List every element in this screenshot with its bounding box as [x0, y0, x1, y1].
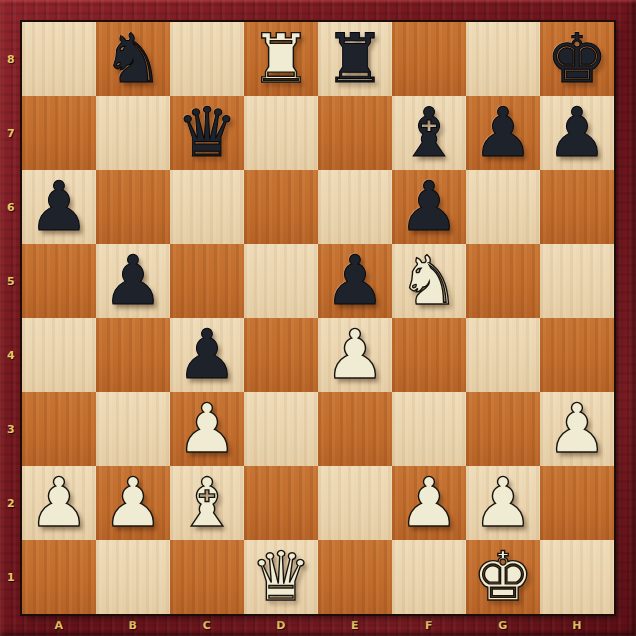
rank-label-5: 5: [0, 244, 22, 318]
square-h7[interactable]: ♟: [540, 96, 614, 170]
square-h5[interactable]: [540, 244, 614, 318]
piece-white-pawn[interactable]: ♟: [399, 466, 460, 540]
square-c7[interactable]: ♛: [170, 96, 244, 170]
rank-label-8: 8: [0, 22, 22, 96]
piece-white-rook[interactable]: ♜: [251, 22, 312, 96]
board-frame: 87654321 ABCDEFGH ♞♜♜♚♛♝♟♟♟♟♟♟♞♟♟♟♟♟♟♝♟♟…: [0, 0, 636, 636]
square-f7[interactable]: ♝: [392, 96, 466, 170]
square-c4[interactable]: ♟: [170, 318, 244, 392]
piece-black-pawn[interactable]: ♟: [399, 170, 460, 244]
file-label-g: G: [466, 614, 540, 636]
square-g4[interactable]: [466, 318, 540, 392]
rank-label-4: 4: [0, 318, 22, 392]
piece-black-knight[interactable]: ♞: [103, 22, 164, 96]
rank-label-1: 1: [0, 540, 22, 614]
square-b2[interactable]: ♟: [96, 466, 170, 540]
square-h4[interactable]: [540, 318, 614, 392]
square-f3[interactable]: [392, 392, 466, 466]
square-g3[interactable]: [466, 392, 540, 466]
square-f2[interactable]: ♟: [392, 466, 466, 540]
square-g5[interactable]: [466, 244, 540, 318]
piece-white-pawn[interactable]: ♟: [547, 392, 608, 466]
square-b1[interactable]: [96, 540, 170, 614]
piece-white-bishop[interactable]: ♝: [177, 466, 238, 540]
piece-black-bishop[interactable]: ♝: [399, 96, 460, 170]
square-a7[interactable]: [22, 96, 96, 170]
file-label-d: D: [244, 614, 318, 636]
square-d1[interactable]: ♛: [244, 540, 318, 614]
square-d4[interactable]: [244, 318, 318, 392]
square-c2[interactable]: ♝: [170, 466, 244, 540]
square-b4[interactable]: [96, 318, 170, 392]
file-label-h: H: [540, 614, 614, 636]
square-c6[interactable]: [170, 170, 244, 244]
square-d2[interactable]: [244, 466, 318, 540]
square-c3[interactable]: ♟: [170, 392, 244, 466]
file-label-e: E: [318, 614, 392, 636]
square-g6[interactable]: [466, 170, 540, 244]
square-h2[interactable]: [540, 466, 614, 540]
square-e8[interactable]: ♜: [318, 22, 392, 96]
square-b3[interactable]: [96, 392, 170, 466]
square-h8[interactable]: ♚: [540, 22, 614, 96]
file-label-c: C: [170, 614, 244, 636]
rank-label-2: 2: [0, 466, 22, 540]
piece-black-rook[interactable]: ♜: [325, 22, 386, 96]
square-b5[interactable]: ♟: [96, 244, 170, 318]
square-e6[interactable]: [318, 170, 392, 244]
square-d6[interactable]: [244, 170, 318, 244]
square-d3[interactable]: [244, 392, 318, 466]
square-b8[interactable]: ♞: [96, 22, 170, 96]
square-c1[interactable]: [170, 540, 244, 614]
piece-white-pawn[interactable]: ♟: [177, 392, 238, 466]
square-d8[interactable]: ♜: [244, 22, 318, 96]
square-h1[interactable]: [540, 540, 614, 614]
piece-black-pawn[interactable]: ♟: [29, 170, 90, 244]
square-f4[interactable]: [392, 318, 466, 392]
file-label-a: A: [22, 614, 96, 636]
piece-white-pawn[interactable]: ♟: [103, 466, 164, 540]
square-d7[interactable]: [244, 96, 318, 170]
square-a1[interactable]: [22, 540, 96, 614]
piece-black-queen[interactable]: ♛: [177, 96, 238, 170]
square-e5[interactable]: ♟: [318, 244, 392, 318]
square-e1[interactable]: [318, 540, 392, 614]
square-g2[interactable]: ♟: [466, 466, 540, 540]
rank-label-3: 3: [0, 392, 22, 466]
file-label-b: B: [96, 614, 170, 636]
square-b6[interactable]: [96, 170, 170, 244]
piece-white-pawn[interactable]: ♟: [325, 318, 386, 392]
square-f8[interactable]: [392, 22, 466, 96]
square-g7[interactable]: ♟: [466, 96, 540, 170]
piece-white-king[interactable]: ♚: [473, 540, 534, 614]
rank-labels: 87654321: [0, 22, 22, 614]
square-e4[interactable]: ♟: [318, 318, 392, 392]
file-label-f: F: [392, 614, 466, 636]
rank-label-6: 6: [0, 170, 22, 244]
piece-black-pawn[interactable]: ♟: [325, 244, 386, 318]
square-a5[interactable]: [22, 244, 96, 318]
square-e3[interactable]: [318, 392, 392, 466]
piece-black-pawn[interactable]: ♟: [473, 96, 534, 170]
rank-label-7: 7: [0, 96, 22, 170]
square-d5[interactable]: [244, 244, 318, 318]
square-f5[interactable]: ♞: [392, 244, 466, 318]
piece-white-knight[interactable]: ♞: [399, 244, 460, 318]
square-e7[interactable]: [318, 96, 392, 170]
piece-white-pawn[interactable]: ♟: [29, 466, 90, 540]
piece-black-pawn[interactable]: ♟: [177, 318, 238, 392]
chess-board: ♞♜♜♚♛♝♟♟♟♟♟♟♞♟♟♟♟♟♟♝♟♟♛♚: [22, 22, 614, 614]
square-a8[interactable]: [22, 22, 96, 96]
square-a6[interactable]: ♟: [22, 170, 96, 244]
square-h3[interactable]: ♟: [540, 392, 614, 466]
square-c8[interactable]: [170, 22, 244, 96]
square-a2[interactable]: ♟: [22, 466, 96, 540]
square-a4[interactable]: [22, 318, 96, 392]
square-g1[interactable]: ♚: [466, 540, 540, 614]
file-labels: ABCDEFGH: [22, 614, 614, 636]
square-h6[interactable]: [540, 170, 614, 244]
piece-white-queen[interactable]: ♛: [251, 540, 312, 614]
square-f1[interactable]: [392, 540, 466, 614]
piece-black-pawn[interactable]: ♟: [103, 244, 164, 318]
square-f6[interactable]: ♟: [392, 170, 466, 244]
square-c5[interactable]: [170, 244, 244, 318]
piece-black-king[interactable]: ♚: [547, 22, 608, 96]
piece-black-pawn[interactable]: ♟: [547, 96, 608, 170]
square-a3[interactable]: [22, 392, 96, 466]
square-b7[interactable]: [96, 96, 170, 170]
piece-white-pawn[interactable]: ♟: [473, 466, 534, 540]
square-g8[interactable]: [466, 22, 540, 96]
square-e2[interactable]: [318, 466, 392, 540]
